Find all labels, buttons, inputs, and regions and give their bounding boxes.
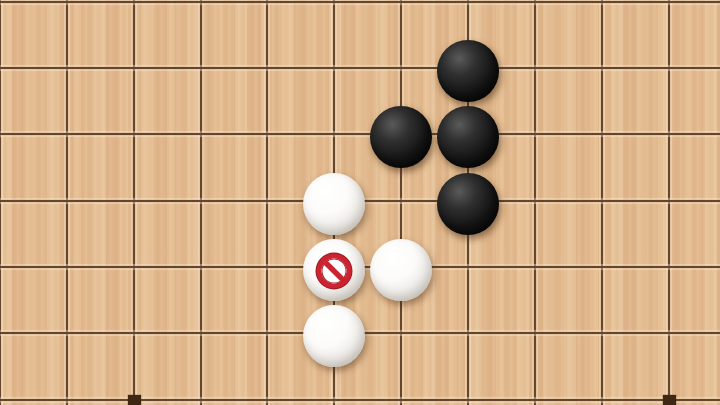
white-stone (370, 239, 432, 301)
black-stone (437, 173, 499, 235)
go-board[interactable] (0, 0, 720, 405)
grid-line-vertical (534, 0, 536, 405)
grid-line-vertical (266, 0, 268, 405)
black-stone (370, 106, 432, 168)
black-stone (437, 40, 499, 102)
grid-line-vertical (133, 0, 135, 405)
grid-line-vertical (0, 0, 1, 405)
white-stone (303, 305, 365, 367)
grid-line-vertical (200, 0, 202, 405)
white-stone (303, 239, 365, 301)
no-entry-slash (323, 261, 344, 282)
grid-line-horizontal (0, 67, 720, 69)
white-stone (303, 173, 365, 235)
star-point-marker (663, 395, 676, 405)
grid-line-vertical (66, 0, 68, 405)
grid-line-horizontal (0, 1, 720, 3)
grid-line-vertical (601, 0, 603, 405)
video-frame (0, 0, 720, 405)
black-stone (437, 106, 499, 168)
grid-line-vertical (400, 0, 402, 405)
star-point-marker (128, 395, 141, 405)
grid-line-horizontal (0, 133, 720, 135)
no-entry-icon (317, 254, 352, 289)
grid-line-horizontal (0, 399, 720, 401)
grid-line-vertical (668, 0, 670, 405)
